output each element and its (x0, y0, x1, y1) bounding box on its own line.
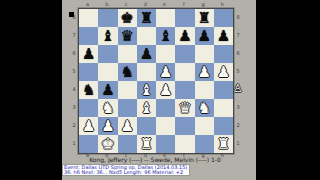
square-e4[interactable]: ♟ (156, 81, 175, 99)
square-e7[interactable]: ♝ (156, 27, 175, 45)
square-b6[interactable] (98, 45, 117, 63)
square-h5[interactable]: ♟ (214, 63, 233, 81)
white-pawn-icon[interactable]: ♟ (159, 83, 172, 98)
square-d5[interactable] (137, 63, 156, 81)
square-a6[interactable]: ♟ (79, 45, 98, 63)
square-e1[interactable] (156, 135, 175, 153)
file-label-top-d: d (136, 2, 155, 7)
square-e3[interactable] (156, 99, 175, 117)
square-g6[interactable] (195, 45, 214, 63)
square-e2[interactable] (156, 117, 175, 135)
square-b8[interactable] (98, 9, 117, 27)
rank-label-right-3: 3 (235, 98, 241, 116)
square-h1[interactable]: ♜ (214, 135, 233, 153)
black-pawn-icon[interactable]: ♟ (217, 29, 230, 44)
rank-label-left-8: 8 (71, 8, 77, 26)
square-h2[interactable] (214, 117, 233, 135)
white-bishop-icon[interactable]: ♝ (140, 101, 153, 116)
rank-label-left-1: 1 (71, 134, 77, 152)
square-d2[interactable] (137, 117, 156, 135)
rank-label-right-1: 1 (235, 134, 241, 152)
rank-label-left-6: 6 (71, 44, 77, 62)
file-label-top-g: g (194, 2, 213, 7)
square-a7[interactable] (79, 27, 98, 45)
square-f4[interactable] (175, 81, 194, 99)
square-b7[interactable]: ♝ (98, 27, 117, 45)
file-label-top-f: f (174, 2, 193, 7)
square-e6[interactable] (156, 45, 175, 63)
players-caption: Kong, Jeffery (----) -- Swede, Melvin (-… (78, 157, 232, 163)
square-f1[interactable] (175, 135, 194, 153)
square-g8[interactable]: ♜ (195, 9, 214, 27)
white-bishop-icon[interactable]: ♝ (140, 83, 153, 98)
rank-label-left-3: 3 (71, 98, 77, 116)
square-f3[interactable]: ♛ (175, 99, 194, 117)
square-a2[interactable]: ♟ (79, 117, 98, 135)
black-pawn-icon[interactable]: ♟ (197, 29, 210, 44)
black-pawn-icon[interactable]: ♟ (140, 47, 153, 62)
square-c6[interactable] (118, 45, 137, 63)
square-c3[interactable] (118, 99, 137, 117)
video-frame: ♚♜♜♝♛♝♟♟♟♟♟♞♟♟♟♞♟♝♟♞♝♛♞♟♟♟♚♜♜ abcdefgh a… (0, 0, 320, 180)
info-line: 36. h6 Next: 36... Nxd5 Length: 96 Mater… (64, 170, 188, 175)
game-info-box: Event: Dallas UTD Spring op, Dallas (201… (62, 164, 190, 176)
square-c7[interactable]: ♛ (118, 27, 137, 45)
black-pawn-icon[interactable]: ♟ (82, 47, 95, 62)
black-bishop-icon[interactable]: ♝ (101, 29, 114, 44)
square-b5[interactable] (98, 63, 117, 81)
black-bishop-icon[interactable]: ♝ (159, 29, 172, 44)
square-f6[interactable] (175, 45, 194, 63)
square-g7[interactable]: ♟ (195, 27, 214, 45)
chess-board: ♚♜♜♝♛♝♟♟♟♟♟♞♟♟♟♞♟♝♟♞♝♛♞♟♟♟♚♜♜ (78, 8, 234, 154)
black-queen-icon[interactable]: ♛ (120, 29, 133, 44)
file-label-top-h: h (213, 2, 232, 7)
square-b3[interactable]: ♞ (98, 99, 117, 117)
square-d1[interactable]: ♜ (137, 135, 156, 153)
black-pawn-icon[interactable]: ♟ (101, 83, 114, 98)
square-d7[interactable] (137, 27, 156, 45)
square-c8[interactable]: ♚ (118, 9, 137, 27)
square-d3[interactable]: ♝ (137, 99, 156, 117)
white-knight-icon[interactable]: ♞ (197, 101, 210, 116)
square-g5[interactable]: ♟ (195, 63, 214, 81)
square-f8[interactable] (175, 9, 194, 27)
square-g4[interactable] (195, 81, 214, 99)
square-b4[interactable]: ♟ (98, 81, 117, 99)
square-h8[interactable] (214, 9, 233, 27)
square-f5[interactable] (175, 63, 194, 81)
square-e5[interactable]: ♟ (156, 63, 175, 81)
square-g3[interactable]: ♞ (195, 99, 214, 117)
square-a8[interactable] (79, 9, 98, 27)
material-pawn-icon: ♙ (233, 82, 243, 95)
square-c4[interactable] (118, 81, 137, 99)
rank-label-left-5: 5 (71, 62, 77, 80)
rank-label-right-2: 2 (235, 116, 241, 134)
square-a3[interactable] (79, 99, 98, 117)
white-pawn-icon[interactable]: ♟ (120, 119, 133, 134)
file-label-top-e: e (155, 2, 174, 7)
file-label-top-b: b (97, 2, 116, 7)
rank-label-right-6: 6 (235, 44, 241, 62)
side-to-move-indicator (69, 12, 74, 17)
square-a5[interactable] (79, 63, 98, 81)
square-a4[interactable]: ♞ (79, 81, 98, 99)
black-pawn-icon[interactable]: ♟ (178, 29, 191, 44)
square-b1[interactable]: ♚ (98, 135, 117, 153)
square-b2[interactable]: ♟ (98, 117, 117, 135)
square-a1[interactable] (79, 135, 98, 153)
square-e8[interactable] (156, 9, 175, 27)
rank-label-right-8: 8 (235, 8, 241, 26)
black-rook-icon[interactable]: ♜ (197, 11, 210, 26)
black-knight-icon[interactable]: ♞ (120, 65, 133, 80)
black-knight-icon[interactable]: ♞ (82, 83, 95, 98)
file-label-top-a: a (78, 2, 97, 7)
square-h3[interactable] (214, 99, 233, 117)
white-king-icon[interactable]: ♚ (101, 137, 114, 152)
square-h6[interactable] (214, 45, 233, 63)
rank-label-right-5: 5 (235, 62, 241, 80)
rank-label-left-7: 7 (71, 26, 77, 44)
white-pawn-icon[interactable]: ♟ (217, 65, 230, 80)
square-h4[interactable] (214, 81, 233, 99)
rank-label-left-4: 4 (71, 80, 77, 98)
square-f7[interactable]: ♟ (175, 27, 194, 45)
square-c5[interactable]: ♞ (118, 63, 137, 81)
square-d4[interactable]: ♝ (137, 81, 156, 99)
square-g1[interactable] (195, 135, 214, 153)
white-queen-icon[interactable]: ♛ (178, 101, 191, 116)
square-d8[interactable]: ♜ (137, 9, 156, 27)
square-c1[interactable] (118, 135, 137, 153)
rank-label-left-2: 2 (71, 116, 77, 134)
white-knight-icon[interactable]: ♞ (101, 101, 114, 116)
white-pawn-icon[interactable]: ♟ (159, 65, 172, 80)
square-f2[interactable] (175, 117, 194, 135)
white-rook-icon[interactable]: ♜ (217, 137, 230, 152)
file-label-top-c: c (117, 2, 136, 7)
white-pawn-icon[interactable]: ♟ (101, 119, 114, 134)
white-rook-icon[interactable]: ♜ (140, 137, 153, 152)
square-c2[interactable]: ♟ (118, 117, 137, 135)
white-pawn-icon[interactable]: ♟ (197, 65, 210, 80)
square-h7[interactable]: ♟ (214, 27, 233, 45)
rank-label-right-7: 7 (235, 26, 241, 44)
square-g2[interactable] (195, 117, 214, 135)
black-rook-icon[interactable]: ♜ (140, 11, 153, 26)
white-pawn-icon[interactable]: ♟ (82, 119, 95, 134)
square-d6[interactable]: ♟ (137, 45, 156, 63)
black-king-icon[interactable]: ♚ (120, 11, 133, 26)
